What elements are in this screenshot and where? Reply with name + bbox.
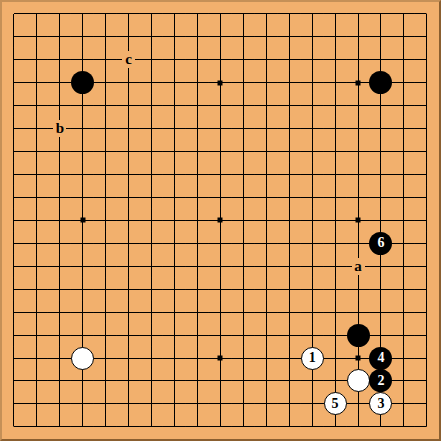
intersection [186, 347, 209, 370]
intersection [186, 186, 209, 209]
intersection [186, 392, 209, 415]
intersection [140, 3, 163, 26]
intersection [25, 415, 48, 438]
intersection [392, 255, 415, 278]
intersection [25, 140, 48, 163]
intersection [163, 232, 186, 255]
intersection [415, 186, 438, 209]
intersection [370, 71, 393, 94]
intersection [3, 71, 26, 94]
intersection [140, 301, 163, 324]
intersection [209, 255, 232, 278]
intersection [209, 48, 232, 71]
intersection [163, 48, 186, 71]
intersection [94, 71, 117, 94]
intersection [324, 117, 347, 140]
intersection [71, 232, 94, 255]
intersection [232, 392, 255, 415]
intersection [209, 324, 232, 347]
intersection [117, 117, 140, 140]
go-board-grid: cb6a14253 [3, 3, 439, 439]
intersection [94, 48, 117, 71]
intersection [324, 209, 347, 232]
intersection [278, 415, 301, 438]
intersection [117, 415, 140, 438]
go-board-diagram: cb6a14253 [0, 0, 441, 441]
intersection [392, 94, 415, 117]
intersection [301, 3, 324, 26]
intersection [163, 324, 186, 347]
intersection [255, 370, 278, 393]
intersection [347, 163, 370, 186]
intersection [94, 117, 117, 140]
intersection [278, 117, 301, 140]
intersection [186, 94, 209, 117]
intersection [255, 94, 278, 117]
intersection [370, 3, 393, 26]
intersection [3, 94, 26, 117]
intersection [278, 255, 301, 278]
intersection [94, 255, 117, 278]
intersection [415, 392, 438, 415]
intersection [186, 278, 209, 301]
intersection [48, 140, 71, 163]
intersection [415, 209, 438, 232]
intersection [278, 324, 301, 347]
intersection [347, 3, 370, 26]
intersection [370, 25, 393, 48]
intersection [347, 25, 370, 48]
star-point [209, 347, 232, 370]
intersection [117, 278, 140, 301]
intersection [48, 25, 71, 48]
intersection [392, 25, 415, 48]
intersection [415, 94, 438, 117]
intersection [324, 415, 347, 438]
intersection [301, 25, 324, 48]
intersection [3, 163, 26, 186]
intersection [347, 140, 370, 163]
intersection [209, 25, 232, 48]
intersection [3, 186, 26, 209]
intersection [25, 392, 48, 415]
intersection [255, 255, 278, 278]
intersection [3, 347, 26, 370]
intersection [392, 278, 415, 301]
intersection [25, 3, 48, 26]
intersection [209, 186, 232, 209]
intersection [232, 94, 255, 117]
intersection [301, 392, 324, 415]
intersection: 2 [370, 370, 393, 393]
intersection [117, 25, 140, 48]
intersection [163, 347, 186, 370]
intersection [25, 94, 48, 117]
intersection [301, 415, 324, 438]
intersection [117, 71, 140, 94]
intersection [140, 415, 163, 438]
intersection [347, 232, 370, 255]
intersection [347, 392, 370, 415]
intersection [392, 163, 415, 186]
intersection [347, 324, 370, 347]
intersection [232, 71, 255, 94]
intersection [301, 255, 324, 278]
intersection [71, 415, 94, 438]
intersection [186, 255, 209, 278]
intersection [301, 278, 324, 301]
intersection [3, 3, 26, 26]
intersection [71, 324, 94, 347]
intersection [278, 209, 301, 232]
star-point [209, 209, 232, 232]
intersection [324, 163, 347, 186]
intersection [94, 209, 117, 232]
intersection [301, 140, 324, 163]
intersection [48, 94, 71, 117]
intersection [278, 48, 301, 71]
black-stone [347, 324, 370, 347]
intersection [94, 25, 117, 48]
intersection [415, 278, 438, 301]
intersection [392, 324, 415, 347]
intersection [3, 232, 26, 255]
intersection [140, 324, 163, 347]
intersection [415, 415, 438, 438]
intersection [186, 3, 209, 26]
intersection [324, 370, 347, 393]
intersection [71, 94, 94, 117]
intersection [48, 48, 71, 71]
intersection [94, 232, 117, 255]
intersection [232, 278, 255, 301]
black-stone-move: 4 [369, 347, 392, 370]
intersection [117, 370, 140, 393]
intersection [140, 209, 163, 232]
intersection [392, 301, 415, 324]
intersection [48, 3, 71, 26]
intersection [3, 370, 26, 393]
intersection [163, 71, 186, 94]
intersection [71, 392, 94, 415]
intersection [278, 163, 301, 186]
intersection [415, 140, 438, 163]
intersection [324, 3, 347, 26]
intersection [140, 392, 163, 415]
intersection [370, 140, 393, 163]
intersection [324, 347, 347, 370]
intersection [117, 140, 140, 163]
board-label-b: b [53, 120, 66, 137]
intersection [392, 71, 415, 94]
white-stone-move: 1 [301, 347, 324, 370]
intersection: b [48, 117, 71, 140]
intersection [3, 415, 26, 438]
intersection [232, 347, 255, 370]
intersection [255, 186, 278, 209]
intersection [3, 117, 26, 140]
intersection [255, 25, 278, 48]
intersection [140, 163, 163, 186]
intersection [117, 94, 140, 117]
intersection [3, 25, 26, 48]
intersection [117, 3, 140, 26]
intersection [415, 255, 438, 278]
intersection [25, 117, 48, 140]
star-point [71, 209, 94, 232]
intersection [163, 117, 186, 140]
intersection [140, 255, 163, 278]
intersection [3, 48, 26, 71]
intersection [209, 232, 232, 255]
intersection [3, 324, 26, 347]
intersection [94, 163, 117, 186]
intersection [25, 163, 48, 186]
intersection [163, 415, 186, 438]
intersection [415, 3, 438, 26]
white-stone [347, 369, 370, 392]
intersection [71, 255, 94, 278]
intersection [163, 186, 186, 209]
intersection [140, 48, 163, 71]
intersection [324, 186, 347, 209]
intersection [301, 94, 324, 117]
intersection [232, 301, 255, 324]
intersection [392, 209, 415, 232]
intersection [324, 48, 347, 71]
intersection [117, 301, 140, 324]
intersection [163, 370, 186, 393]
intersection [140, 278, 163, 301]
intersection [25, 232, 48, 255]
intersection [232, 324, 255, 347]
intersection [370, 278, 393, 301]
intersection [186, 163, 209, 186]
intersection [415, 71, 438, 94]
intersection [370, 255, 393, 278]
intersection [232, 25, 255, 48]
intersection [278, 370, 301, 393]
intersection [186, 71, 209, 94]
intersection [255, 392, 278, 415]
intersection [324, 232, 347, 255]
intersection [392, 392, 415, 415]
intersection [186, 232, 209, 255]
intersection [25, 71, 48, 94]
intersection [25, 324, 48, 347]
intersection [140, 117, 163, 140]
intersection [71, 25, 94, 48]
intersection [255, 232, 278, 255]
intersection [301, 48, 324, 71]
intersection [48, 163, 71, 186]
intersection [163, 209, 186, 232]
intersection [415, 163, 438, 186]
intersection [186, 140, 209, 163]
intersection [255, 48, 278, 71]
intersection [347, 301, 370, 324]
intersection [324, 140, 347, 163]
intersection [392, 370, 415, 393]
intersection [255, 117, 278, 140]
intersection [94, 278, 117, 301]
intersection [209, 117, 232, 140]
intersection [48, 255, 71, 278]
intersection [392, 48, 415, 71]
intersection [324, 94, 347, 117]
intersection [255, 301, 278, 324]
intersection [278, 140, 301, 163]
intersection: 6 [370, 232, 393, 255]
intersection [347, 94, 370, 117]
intersection [324, 278, 347, 301]
intersection [392, 117, 415, 140]
intersection [117, 232, 140, 255]
intersection [278, 71, 301, 94]
black-stone-move: 6 [369, 232, 392, 255]
intersection [232, 3, 255, 26]
intersection [370, 415, 393, 438]
intersection [301, 186, 324, 209]
intersection [370, 163, 393, 186]
intersection [94, 301, 117, 324]
star-point [71, 71, 94, 94]
intersection [324, 255, 347, 278]
intersection [48, 370, 71, 393]
intersection [209, 3, 232, 26]
intersection [163, 25, 186, 48]
intersection [48, 347, 71, 370]
intersection [415, 370, 438, 393]
intersection [347, 48, 370, 71]
star-point [71, 347, 94, 370]
star-point [347, 209, 370, 232]
intersection [71, 140, 94, 163]
intersection [94, 94, 117, 117]
intersection [232, 415, 255, 438]
star-point [209, 71, 232, 94]
intersection [3, 278, 26, 301]
intersection [140, 186, 163, 209]
intersection [25, 25, 48, 48]
intersection [163, 3, 186, 26]
intersection [186, 117, 209, 140]
intersection [48, 232, 71, 255]
intersection: 4 [370, 347, 393, 370]
intersection [94, 370, 117, 393]
intersection [324, 324, 347, 347]
intersection [232, 140, 255, 163]
intersection [255, 163, 278, 186]
intersection [278, 25, 301, 48]
intersection [370, 301, 393, 324]
intersection [71, 278, 94, 301]
intersection [232, 255, 255, 278]
white-stone [71, 347, 94, 370]
intersection [232, 186, 255, 209]
intersection [415, 301, 438, 324]
intersection [301, 209, 324, 232]
white-stone-move: 3 [369, 392, 392, 415]
intersection [163, 140, 186, 163]
intersection [3, 255, 26, 278]
intersection [278, 347, 301, 370]
intersection [415, 232, 438, 255]
intersection [94, 3, 117, 26]
intersection [3, 301, 26, 324]
intersection [71, 301, 94, 324]
intersection [48, 415, 71, 438]
intersection [94, 415, 117, 438]
intersection [71, 186, 94, 209]
intersection [94, 392, 117, 415]
intersection [347, 415, 370, 438]
intersection [117, 255, 140, 278]
intersection [25, 209, 48, 232]
white-stone-move: 5 [324, 392, 347, 415]
intersection [71, 163, 94, 186]
intersection [71, 370, 94, 393]
intersection [140, 94, 163, 117]
intersection [392, 415, 415, 438]
intersection [301, 370, 324, 393]
intersection [255, 347, 278, 370]
intersection [117, 392, 140, 415]
intersection [163, 301, 186, 324]
intersection [209, 370, 232, 393]
intersection [71, 48, 94, 71]
intersection [48, 392, 71, 415]
intersection [392, 347, 415, 370]
intersection [71, 3, 94, 26]
intersection [25, 278, 48, 301]
intersection [392, 186, 415, 209]
intersection [209, 278, 232, 301]
intersection [163, 94, 186, 117]
intersection [415, 324, 438, 347]
intersection [278, 232, 301, 255]
intersection [186, 324, 209, 347]
intersection [209, 415, 232, 438]
intersection [324, 301, 347, 324]
intersection [48, 301, 71, 324]
intersection [255, 140, 278, 163]
intersection [25, 255, 48, 278]
intersection [186, 209, 209, 232]
intersection [186, 48, 209, 71]
intersection [232, 117, 255, 140]
intersection [392, 232, 415, 255]
intersection [25, 347, 48, 370]
intersection [163, 278, 186, 301]
intersection [117, 209, 140, 232]
intersection [140, 140, 163, 163]
intersection [324, 71, 347, 94]
intersection [163, 255, 186, 278]
intersection: a [347, 255, 370, 278]
intersection [3, 392, 26, 415]
intersection [370, 117, 393, 140]
intersection [370, 48, 393, 71]
intersection [25, 301, 48, 324]
intersection [48, 209, 71, 232]
intersection: c [117, 48, 140, 71]
intersection [278, 278, 301, 301]
intersection [186, 301, 209, 324]
intersection [3, 209, 26, 232]
intersection [48, 186, 71, 209]
intersection: 5 [324, 392, 347, 415]
